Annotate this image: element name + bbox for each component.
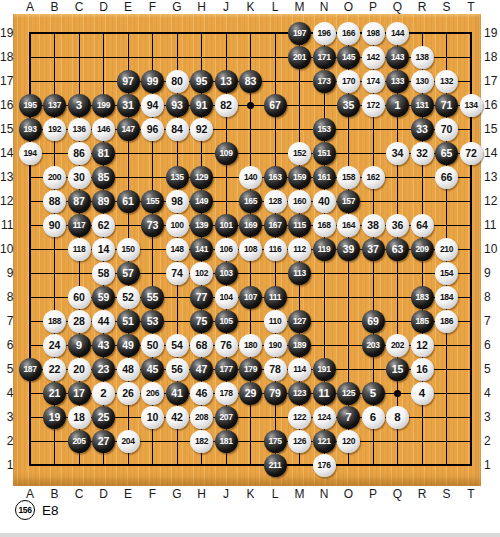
intersection-N4[interactable]: 11 bbox=[312, 381, 337, 405]
intersection-P1[interactable] bbox=[361, 453, 386, 477]
intersection-N7[interactable] bbox=[312, 309, 337, 333]
intersection-Q10[interactable]: 63 bbox=[385, 237, 410, 261]
intersection-Q2[interactable] bbox=[385, 429, 410, 453]
intersection-N15[interactable]: 153 bbox=[312, 117, 337, 141]
intersection-R15[interactable]: 33 bbox=[410, 117, 435, 141]
intersection-M18[interactable]: 201 bbox=[287, 45, 312, 69]
intersection-T11[interactable] bbox=[459, 213, 484, 237]
intersection-B10[interactable] bbox=[42, 237, 67, 261]
intersection-S9[interactable]: 154 bbox=[434, 261, 459, 285]
intersection-O6[interactable] bbox=[336, 333, 361, 357]
intersection-F1[interactable] bbox=[140, 453, 165, 477]
intersection-O18[interactable]: 145 bbox=[336, 45, 361, 69]
intersection-S13[interactable]: 66 bbox=[434, 165, 459, 189]
intersection-Q9[interactable] bbox=[385, 261, 410, 285]
intersection-B3[interactable]: 19 bbox=[42, 405, 67, 429]
intersection-S16[interactable]: 71 bbox=[434, 93, 459, 117]
intersection-P4[interactable]: 5 bbox=[361, 381, 386, 405]
intersection-E8[interactable]: 52 bbox=[116, 285, 141, 309]
intersection-H18[interactable] bbox=[189, 45, 214, 69]
intersection-C4[interactable]: 17 bbox=[67, 381, 92, 405]
intersection-P16[interactable]: 172 bbox=[361, 93, 386, 117]
intersection-R11[interactable]: 64 bbox=[410, 213, 435, 237]
intersection-C9[interactable] bbox=[67, 261, 92, 285]
intersection-T18[interactable] bbox=[459, 45, 484, 69]
intersection-C15[interactable]: 136 bbox=[67, 117, 92, 141]
intersection-S15[interactable]: 70 bbox=[434, 117, 459, 141]
intersection-K14[interactable] bbox=[238, 141, 263, 165]
intersection-M7[interactable]: 127 bbox=[287, 309, 312, 333]
intersection-H15[interactable]: 92 bbox=[189, 117, 214, 141]
intersection-Q5[interactable]: 15 bbox=[385, 357, 410, 381]
intersection-G11[interactable]: 100 bbox=[165, 213, 190, 237]
intersection-J14[interactable]: 109 bbox=[214, 141, 239, 165]
intersection-K11[interactable]: 169 bbox=[238, 213, 263, 237]
intersection-G9[interactable]: 74 bbox=[165, 261, 190, 285]
intersection-J19[interactable] bbox=[214, 21, 239, 45]
intersection-F3[interactable]: 10 bbox=[140, 405, 165, 429]
intersection-C1[interactable] bbox=[67, 453, 92, 477]
intersection-Q11[interactable]: 36 bbox=[385, 213, 410, 237]
intersection-G4[interactable]: 41 bbox=[165, 381, 190, 405]
intersection-F16[interactable]: 94 bbox=[140, 93, 165, 117]
intersection-L10[interactable]: 116 bbox=[263, 237, 288, 261]
intersection-C12[interactable]: 87 bbox=[67, 189, 92, 213]
intersection-B7[interactable]: 188 bbox=[42, 309, 67, 333]
intersection-M12[interactable]: 160 bbox=[287, 189, 312, 213]
intersection-C16[interactable]: 3 bbox=[67, 93, 92, 117]
intersection-R13[interactable] bbox=[410, 165, 435, 189]
intersection-F11[interactable]: 73 bbox=[140, 213, 165, 237]
intersection-J15[interactable] bbox=[214, 117, 239, 141]
intersection-K18[interactable] bbox=[238, 45, 263, 69]
intersection-A18[interactable] bbox=[18, 45, 43, 69]
intersection-M15[interactable] bbox=[287, 117, 312, 141]
intersection-O1[interactable] bbox=[336, 453, 361, 477]
intersection-A4[interactable] bbox=[18, 381, 43, 405]
intersection-F13[interactable] bbox=[140, 165, 165, 189]
intersection-J7[interactable]: 105 bbox=[214, 309, 239, 333]
intersection-O19[interactable]: 166 bbox=[336, 21, 361, 45]
intersection-D4[interactable]: 2 bbox=[91, 381, 116, 405]
intersection-E12[interactable]: 61 bbox=[116, 189, 141, 213]
intersection-K4[interactable]: 29 bbox=[238, 381, 263, 405]
intersection-M6[interactable]: 189 bbox=[287, 333, 312, 357]
intersection-P12[interactable] bbox=[361, 189, 386, 213]
intersection-L1[interactable]: 211 bbox=[263, 453, 288, 477]
intersection-B8[interactable] bbox=[42, 285, 67, 309]
intersection-G16[interactable]: 93 bbox=[165, 93, 190, 117]
intersection-T12[interactable] bbox=[459, 189, 484, 213]
intersection-R5[interactable]: 16 bbox=[410, 357, 435, 381]
intersection-M17[interactable] bbox=[287, 69, 312, 93]
intersection-K17[interactable]: 83 bbox=[238, 69, 263, 93]
intersection-H5[interactable]: 47 bbox=[189, 357, 214, 381]
intersection-L7[interactable]: 110 bbox=[263, 309, 288, 333]
intersection-S4[interactable] bbox=[434, 381, 459, 405]
intersection-B1[interactable] bbox=[42, 453, 67, 477]
intersection-C11[interactable]: 117 bbox=[67, 213, 92, 237]
intersection-O14[interactable] bbox=[336, 141, 361, 165]
intersection-N2[interactable]: 121 bbox=[312, 429, 337, 453]
intersection-O8[interactable] bbox=[336, 285, 361, 309]
intersection-H19[interactable] bbox=[189, 21, 214, 45]
intersection-P2[interactable] bbox=[361, 429, 386, 453]
intersection-T9[interactable] bbox=[459, 261, 484, 285]
intersection-K7[interactable] bbox=[238, 309, 263, 333]
intersection-T7[interactable] bbox=[459, 309, 484, 333]
intersection-M19[interactable]: 197 bbox=[287, 21, 312, 45]
intersection-H13[interactable]: 129 bbox=[189, 165, 214, 189]
intersection-A19[interactable] bbox=[18, 21, 43, 45]
intersection-E2[interactable]: 204 bbox=[116, 429, 141, 453]
intersection-E18[interactable] bbox=[116, 45, 141, 69]
intersection-L14[interactable] bbox=[263, 141, 288, 165]
intersection-A15[interactable]: 193 bbox=[18, 117, 43, 141]
intersection-O4[interactable]: 125 bbox=[336, 381, 361, 405]
intersection-R14[interactable]: 32 bbox=[410, 141, 435, 165]
intersection-G6[interactable]: 54 bbox=[165, 333, 190, 357]
intersection-M10[interactable]: 112 bbox=[287, 237, 312, 261]
intersection-M13[interactable]: 159 bbox=[287, 165, 312, 189]
intersection-L3[interactable] bbox=[263, 405, 288, 429]
intersection-G8[interactable] bbox=[165, 285, 190, 309]
intersection-O3[interactable]: 7 bbox=[336, 405, 361, 429]
intersection-O5[interactable] bbox=[336, 357, 361, 381]
intersection-E17[interactable]: 97 bbox=[116, 69, 141, 93]
intersection-H7[interactable]: 75 bbox=[189, 309, 214, 333]
intersection-H2[interactable]: 182 bbox=[189, 429, 214, 453]
intersection-A10[interactable] bbox=[18, 237, 43, 261]
intersection-T14[interactable]: 72 bbox=[459, 141, 484, 165]
intersection-A3[interactable] bbox=[18, 405, 43, 429]
intersection-S12[interactable] bbox=[434, 189, 459, 213]
intersection-C19[interactable] bbox=[67, 21, 92, 45]
intersection-N3[interactable]: 124 bbox=[312, 405, 337, 429]
intersection-H8[interactable]: 77 bbox=[189, 285, 214, 309]
intersection-M1[interactable] bbox=[287, 453, 312, 477]
intersection-P3[interactable]: 6 bbox=[361, 405, 386, 429]
intersection-H11[interactable]: 139 bbox=[189, 213, 214, 237]
intersection-B19[interactable] bbox=[42, 21, 67, 45]
intersection-N5[interactable]: 191 bbox=[312, 357, 337, 381]
intersection-T1[interactable] bbox=[459, 453, 484, 477]
intersection-D18[interactable] bbox=[91, 45, 116, 69]
intersection-F5[interactable]: 45 bbox=[140, 357, 165, 381]
intersection-A9[interactable] bbox=[18, 261, 43, 285]
intersection-T8[interactable] bbox=[459, 285, 484, 309]
intersection-C10[interactable]: 118 bbox=[67, 237, 92, 261]
intersection-R17[interactable]: 130 bbox=[410, 69, 435, 93]
intersection-L15[interactable] bbox=[263, 117, 288, 141]
intersection-H10[interactable]: 141 bbox=[189, 237, 214, 261]
intersection-D11[interactable]: 62 bbox=[91, 213, 116, 237]
intersection-D16[interactable]: 199 bbox=[91, 93, 116, 117]
intersection-J3[interactable]: 207 bbox=[214, 405, 239, 429]
intersection-B9[interactable] bbox=[42, 261, 67, 285]
intersection-O2[interactable]: 120 bbox=[336, 429, 361, 453]
intersection-Q8[interactable] bbox=[385, 285, 410, 309]
intersection-G10[interactable]: 148 bbox=[165, 237, 190, 261]
intersection-K6[interactable]: 180 bbox=[238, 333, 263, 357]
intersection-D3[interactable]: 25 bbox=[91, 405, 116, 429]
intersection-B16[interactable]: 137 bbox=[42, 93, 67, 117]
intersection-F9[interactable] bbox=[140, 261, 165, 285]
intersection-R9[interactable] bbox=[410, 261, 435, 285]
intersection-D17[interactable] bbox=[91, 69, 116, 93]
intersection-P19[interactable]: 198 bbox=[361, 21, 386, 45]
intersection-L18[interactable] bbox=[263, 45, 288, 69]
intersection-J10[interactable]: 106 bbox=[214, 237, 239, 261]
intersection-G14[interactable] bbox=[165, 141, 190, 165]
intersection-S10[interactable]: 210 bbox=[434, 237, 459, 261]
intersection-G1[interactable] bbox=[165, 453, 190, 477]
intersection-D19[interactable] bbox=[91, 21, 116, 45]
intersection-O10[interactable]: 39 bbox=[336, 237, 361, 261]
intersection-E4[interactable]: 26 bbox=[116, 381, 141, 405]
intersection-L19[interactable] bbox=[263, 21, 288, 45]
intersection-O17[interactable]: 170 bbox=[336, 69, 361, 93]
intersection-D13[interactable]: 85 bbox=[91, 165, 116, 189]
intersection-E11[interactable] bbox=[116, 213, 141, 237]
intersection-E19[interactable] bbox=[116, 21, 141, 45]
intersection-P14[interactable] bbox=[361, 141, 386, 165]
intersection-A17[interactable] bbox=[18, 69, 43, 93]
intersection-E6[interactable]: 49 bbox=[116, 333, 141, 357]
intersection-S5[interactable] bbox=[434, 357, 459, 381]
intersection-G7[interactable] bbox=[165, 309, 190, 333]
intersection-K2[interactable] bbox=[238, 429, 263, 453]
intersection-J13[interactable] bbox=[214, 165, 239, 189]
intersection-A14[interactable]: 194 bbox=[18, 141, 43, 165]
intersection-B4[interactable]: 21 bbox=[42, 381, 67, 405]
intersection-K13[interactable]: 140 bbox=[238, 165, 263, 189]
intersection-T13[interactable] bbox=[459, 165, 484, 189]
intersection-O15[interactable] bbox=[336, 117, 361, 141]
intersection-F7[interactable]: 53 bbox=[140, 309, 165, 333]
intersection-A11[interactable] bbox=[18, 213, 43, 237]
intersection-H16[interactable]: 91 bbox=[189, 93, 214, 117]
intersection-P5[interactable] bbox=[361, 357, 386, 381]
intersection-A6[interactable] bbox=[18, 333, 43, 357]
intersection-D14[interactable]: 81 bbox=[91, 141, 116, 165]
intersection-Q19[interactable]: 144 bbox=[385, 21, 410, 45]
intersection-D15[interactable]: 146 bbox=[91, 117, 116, 141]
intersection-K3[interactable] bbox=[238, 405, 263, 429]
intersection-E16[interactable]: 31 bbox=[116, 93, 141, 117]
intersection-Q12[interactable] bbox=[385, 189, 410, 213]
intersection-H3[interactable]: 208 bbox=[189, 405, 214, 429]
intersection-O11[interactable]: 164 bbox=[336, 213, 361, 237]
intersection-H12[interactable]: 149 bbox=[189, 189, 214, 213]
intersection-C7[interactable]: 28 bbox=[67, 309, 92, 333]
intersection-N14[interactable]: 151 bbox=[312, 141, 337, 165]
intersection-P13[interactable]: 162 bbox=[361, 165, 386, 189]
intersection-D12[interactable]: 89 bbox=[91, 189, 116, 213]
intersection-B14[interactable] bbox=[42, 141, 67, 165]
intersection-N11[interactable]: 168 bbox=[312, 213, 337, 237]
intersection-Q17[interactable]: 133 bbox=[385, 69, 410, 93]
intersection-G2[interactable] bbox=[165, 429, 190, 453]
intersection-D10[interactable]: 14 bbox=[91, 237, 116, 261]
intersection-R7[interactable]: 185 bbox=[410, 309, 435, 333]
intersection-K5[interactable]: 179 bbox=[238, 357, 263, 381]
intersection-C3[interactable]: 18 bbox=[67, 405, 92, 429]
intersection-T5[interactable] bbox=[459, 357, 484, 381]
intersection-K1[interactable] bbox=[238, 453, 263, 477]
intersection-Q14[interactable]: 34 bbox=[385, 141, 410, 165]
intersection-P15[interactable] bbox=[361, 117, 386, 141]
intersection-Q7[interactable] bbox=[385, 309, 410, 333]
intersection-H14[interactable] bbox=[189, 141, 214, 165]
intersection-M4[interactable]: 123 bbox=[287, 381, 312, 405]
intersection-A12[interactable] bbox=[18, 189, 43, 213]
intersection-B6[interactable]: 24 bbox=[42, 333, 67, 357]
intersection-T4[interactable] bbox=[459, 381, 484, 405]
intersection-A2[interactable] bbox=[18, 429, 43, 453]
intersection-E9[interactable]: 57 bbox=[116, 261, 141, 285]
intersection-F14[interactable] bbox=[140, 141, 165, 165]
intersection-O16[interactable]: 35 bbox=[336, 93, 361, 117]
intersection-C8[interactable]: 60 bbox=[67, 285, 92, 309]
intersection-D6[interactable]: 43 bbox=[91, 333, 116, 357]
intersection-Q6[interactable]: 202 bbox=[385, 333, 410, 357]
intersection-J9[interactable]: 103 bbox=[214, 261, 239, 285]
intersection-S6[interactable] bbox=[434, 333, 459, 357]
intersection-D5[interactable]: 23 bbox=[91, 357, 116, 381]
intersection-M8[interactable] bbox=[287, 285, 312, 309]
intersection-Q1[interactable] bbox=[385, 453, 410, 477]
intersection-G3[interactable]: 42 bbox=[165, 405, 190, 429]
intersection-K12[interactable]: 165 bbox=[238, 189, 263, 213]
intersection-S2[interactable] bbox=[434, 429, 459, 453]
intersection-S7[interactable]: 186 bbox=[434, 309, 459, 333]
intersection-A1[interactable] bbox=[18, 453, 43, 477]
intersection-Q16[interactable]: 1 bbox=[385, 93, 410, 117]
intersection-L9[interactable] bbox=[263, 261, 288, 285]
intersection-H9[interactable]: 102 bbox=[189, 261, 214, 285]
intersection-B2[interactable] bbox=[42, 429, 67, 453]
intersection-R10[interactable]: 209 bbox=[410, 237, 435, 261]
intersection-G17[interactable]: 80 bbox=[165, 69, 190, 93]
intersection-F10[interactable] bbox=[140, 237, 165, 261]
intersection-Q15[interactable] bbox=[385, 117, 410, 141]
intersection-J17[interactable]: 13 bbox=[214, 69, 239, 93]
intersection-H1[interactable] bbox=[189, 453, 214, 477]
intersection-S3[interactable] bbox=[434, 405, 459, 429]
intersection-B12[interactable]: 88 bbox=[42, 189, 67, 213]
intersection-L6[interactable]: 190 bbox=[263, 333, 288, 357]
intersection-N12[interactable]: 40 bbox=[312, 189, 337, 213]
intersection-D9[interactable]: 58 bbox=[91, 261, 116, 285]
intersection-K10[interactable]: 108 bbox=[238, 237, 263, 261]
intersection-C17[interactable] bbox=[67, 69, 92, 93]
intersection-L16[interactable]: 67 bbox=[263, 93, 288, 117]
intersection-D7[interactable]: 44 bbox=[91, 309, 116, 333]
intersection-L4[interactable]: 79 bbox=[263, 381, 288, 405]
intersection-S14[interactable]: 65 bbox=[434, 141, 459, 165]
intersection-H6[interactable]: 68 bbox=[189, 333, 214, 357]
intersection-C2[interactable]: 205 bbox=[67, 429, 92, 453]
intersection-A5[interactable]: 187 bbox=[18, 357, 43, 381]
intersection-J16[interactable]: 82 bbox=[214, 93, 239, 117]
intersection-O12[interactable]: 157 bbox=[336, 189, 361, 213]
intersection-Q18[interactable]: 143 bbox=[385, 45, 410, 69]
intersection-Q4[interactable] bbox=[385, 381, 410, 405]
intersection-O9[interactable] bbox=[336, 261, 361, 285]
intersection-S1[interactable] bbox=[434, 453, 459, 477]
intersection-T16[interactable]: 134 bbox=[459, 93, 484, 117]
intersection-M16[interactable] bbox=[287, 93, 312, 117]
intersection-P8[interactable] bbox=[361, 285, 386, 309]
intersection-E1[interactable] bbox=[116, 453, 141, 477]
intersection-B5[interactable]: 22 bbox=[42, 357, 67, 381]
intersection-S18[interactable] bbox=[434, 45, 459, 69]
intersection-R19[interactable] bbox=[410, 21, 435, 45]
intersection-T19[interactable] bbox=[459, 21, 484, 45]
intersection-C18[interactable] bbox=[67, 45, 92, 69]
intersection-O7[interactable] bbox=[336, 309, 361, 333]
intersection-J8[interactable]: 104 bbox=[214, 285, 239, 309]
intersection-G5[interactable]: 56 bbox=[165, 357, 190, 381]
intersection-F8[interactable]: 55 bbox=[140, 285, 165, 309]
intersection-T10[interactable] bbox=[459, 237, 484, 261]
intersection-J11[interactable]: 101 bbox=[214, 213, 239, 237]
intersection-Q13[interactable] bbox=[385, 165, 410, 189]
intersection-J12[interactable] bbox=[214, 189, 239, 213]
intersection-G15[interactable]: 84 bbox=[165, 117, 190, 141]
intersection-G13[interactable]: 135 bbox=[165, 165, 190, 189]
intersection-P7[interactable]: 69 bbox=[361, 309, 386, 333]
intersection-R1[interactable] bbox=[410, 453, 435, 477]
intersection-O13[interactable]: 158 bbox=[336, 165, 361, 189]
intersection-F19[interactable] bbox=[140, 21, 165, 45]
intersection-R4[interactable]: 4 bbox=[410, 381, 435, 405]
intersection-B15[interactable]: 192 bbox=[42, 117, 67, 141]
intersection-N10[interactable]: 119 bbox=[312, 237, 337, 261]
intersection-K9[interactable] bbox=[238, 261, 263, 285]
intersection-L11[interactable]: 167 bbox=[263, 213, 288, 237]
intersection-L5[interactable]: 78 bbox=[263, 357, 288, 381]
intersection-G12[interactable]: 98 bbox=[165, 189, 190, 213]
intersection-A13[interactable] bbox=[18, 165, 43, 189]
intersection-F18[interactable] bbox=[140, 45, 165, 69]
intersection-E10[interactable]: 150 bbox=[116, 237, 141, 261]
intersection-M3[interactable]: 122 bbox=[287, 405, 312, 429]
intersection-J1[interactable] bbox=[214, 453, 239, 477]
intersection-E3[interactable] bbox=[116, 405, 141, 429]
intersection-N19[interactable]: 196 bbox=[312, 21, 337, 45]
intersection-F4[interactable]: 206 bbox=[140, 381, 165, 405]
intersection-N6[interactable] bbox=[312, 333, 337, 357]
intersection-L2[interactable]: 175 bbox=[263, 429, 288, 453]
intersection-F2[interactable] bbox=[140, 429, 165, 453]
intersection-L12[interactable]: 128 bbox=[263, 189, 288, 213]
intersection-M9[interactable]: 113 bbox=[287, 261, 312, 285]
intersection-D1[interactable] bbox=[91, 453, 116, 477]
intersection-R6[interactable]: 12 bbox=[410, 333, 435, 357]
intersection-T3[interactable] bbox=[459, 405, 484, 429]
intersection-F17[interactable]: 99 bbox=[140, 69, 165, 93]
intersection-E14[interactable] bbox=[116, 141, 141, 165]
intersection-M11[interactable]: 115 bbox=[287, 213, 312, 237]
intersection-C5[interactable]: 20 bbox=[67, 357, 92, 381]
intersection-E5[interactable]: 48 bbox=[116, 357, 141, 381]
intersection-H17[interactable]: 95 bbox=[189, 69, 214, 93]
intersection-R16[interactable]: 131 bbox=[410, 93, 435, 117]
intersection-J18[interactable] bbox=[214, 45, 239, 69]
intersection-S11[interactable] bbox=[434, 213, 459, 237]
